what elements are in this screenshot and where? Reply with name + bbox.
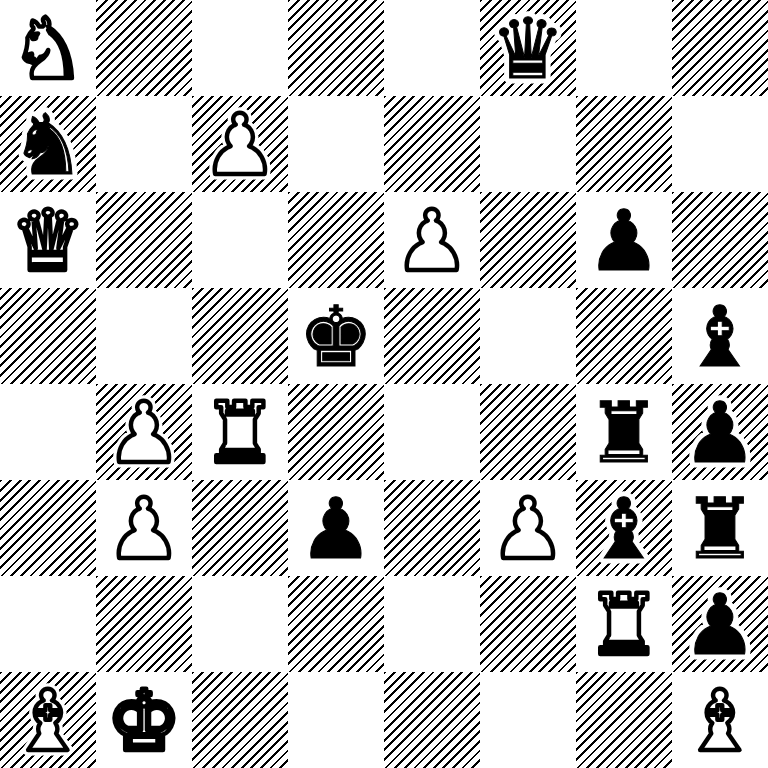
square-b2[interactable]	[96, 576, 192, 672]
square-a2[interactable]	[0, 576, 96, 672]
white-pawn[interactable]: ♟♟	[96, 384, 192, 480]
white-pawn[interactable]: ♟♟	[480, 480, 576, 576]
svg-text:♚: ♚	[106, 672, 181, 768]
svg-text:♟: ♟	[202, 96, 277, 192]
square-f4[interactable]	[480, 384, 576, 480]
svg-text:♟: ♟	[394, 192, 469, 288]
square-e3[interactable]	[384, 480, 480, 576]
svg-text:♟: ♟	[298, 480, 373, 576]
black-pawn[interactable]: ♟♟	[672, 576, 768, 672]
square-f5[interactable]	[480, 288, 576, 384]
black-rook[interactable]: ♜♜	[576, 384, 672, 480]
square-h3[interactable]: ♜♜	[672, 480, 768, 576]
white-pawn[interactable]: ♟♟	[96, 480, 192, 576]
square-d5[interactable]: ♚♚	[288, 288, 384, 384]
square-a3[interactable]	[0, 480, 96, 576]
square-f2[interactable]	[480, 576, 576, 672]
square-f7[interactable]	[480, 96, 576, 192]
black-king[interactable]: ♚♚	[288, 288, 384, 384]
white-knight[interactable]: ♞♞	[0, 0, 96, 96]
svg-text:♟: ♟	[106, 384, 181, 480]
square-b6[interactable]	[96, 192, 192, 288]
square-g5[interactable]	[576, 288, 672, 384]
square-h1[interactable]: ♝♝	[672, 672, 768, 768]
square-a7[interactable]: ♞♞	[0, 96, 96, 192]
svg-text:♜: ♜	[202, 384, 277, 480]
square-e1[interactable]	[384, 672, 480, 768]
square-a5[interactable]	[0, 288, 96, 384]
square-e7[interactable]	[384, 96, 480, 192]
square-b1[interactable]: ♚♚	[96, 672, 192, 768]
square-b4[interactable]: ♟♟	[96, 384, 192, 480]
svg-text:♜: ♜	[682, 480, 757, 576]
square-f6[interactable]	[480, 192, 576, 288]
svg-text:♟: ♟	[106, 480, 181, 576]
square-c3[interactable]	[192, 480, 288, 576]
square-h7[interactable]	[672, 96, 768, 192]
square-f1[interactable]	[480, 672, 576, 768]
square-g7[interactable]	[576, 96, 672, 192]
square-d2[interactable]	[288, 576, 384, 672]
black-knight[interactable]: ♞♞	[0, 96, 96, 192]
black-queen[interactable]: ♛♛	[480, 0, 576, 96]
square-e4[interactable]	[384, 384, 480, 480]
square-a1[interactable]: ♝♝	[0, 672, 96, 768]
square-d3[interactable]: ♟♟	[288, 480, 384, 576]
square-c2[interactable]	[192, 576, 288, 672]
white-queen[interactable]: ♛♛	[0, 192, 96, 288]
square-f8[interactable]: ♛♛	[480, 0, 576, 96]
svg-text:♟: ♟	[490, 480, 565, 576]
white-pawn[interactable]: ♟♟	[384, 192, 480, 288]
square-d4[interactable]	[288, 384, 384, 480]
black-pawn[interactable]: ♟♟	[672, 384, 768, 480]
square-h8[interactable]	[672, 0, 768, 96]
square-c8[interactable]	[192, 0, 288, 96]
white-bishop[interactable]: ♝♝	[672, 672, 768, 768]
square-c6[interactable]	[192, 192, 288, 288]
svg-text:♝: ♝	[682, 672, 757, 768]
square-b3[interactable]: ♟♟	[96, 480, 192, 576]
square-h4[interactable]: ♟♟	[672, 384, 768, 480]
square-d6[interactable]	[288, 192, 384, 288]
square-h5[interactable]: ♝♝	[672, 288, 768, 384]
white-pawn[interactable]: ♟♟	[192, 96, 288, 192]
square-d7[interactable]	[288, 96, 384, 192]
square-g6[interactable]: ♟♟	[576, 192, 672, 288]
square-h6[interactable]	[672, 192, 768, 288]
square-h2[interactable]: ♟♟	[672, 576, 768, 672]
square-f3[interactable]: ♟♟	[480, 480, 576, 576]
white-bishop[interactable]: ♝♝	[0, 672, 96, 768]
square-g8[interactable]	[576, 0, 672, 96]
black-pawn[interactable]: ♟♟	[576, 192, 672, 288]
svg-text:♟: ♟	[682, 384, 757, 480]
square-e6[interactable]: ♟♟	[384, 192, 480, 288]
svg-text:♝: ♝	[682, 288, 757, 384]
square-b8[interactable]	[96, 0, 192, 96]
square-c5[interactable]	[192, 288, 288, 384]
svg-text:♜: ♜	[586, 384, 661, 480]
square-e2[interactable]	[384, 576, 480, 672]
svg-text:♟: ♟	[586, 192, 661, 288]
square-b7[interactable]	[96, 96, 192, 192]
square-g3[interactable]: ♝♝	[576, 480, 672, 576]
square-g1[interactable]	[576, 672, 672, 768]
square-c1[interactable]	[192, 672, 288, 768]
svg-text:♝: ♝	[10, 672, 85, 768]
square-e8[interactable]	[384, 0, 480, 96]
white-king[interactable]: ♚♚	[96, 672, 192, 768]
svg-text:♝: ♝	[586, 480, 661, 576]
svg-text:♜: ♜	[586, 576, 661, 672]
square-g2[interactable]: ♜♜	[576, 576, 672, 672]
black-bishop[interactable]: ♝♝	[576, 480, 672, 576]
svg-text:♟: ♟	[682, 576, 757, 672]
square-d8[interactable]	[288, 0, 384, 96]
svg-text:♛: ♛	[10, 192, 85, 288]
square-b5[interactable]	[96, 288, 192, 384]
chess-board: ♞♞♛♛♞♞♟♟♛♛♟♟♟♟♚♚♝♝♟♟♜♜♜♜♟♟♟♟♟♟♟♟♝♝♜♜♜♜♟♟…	[0, 0, 768, 768]
black-rook[interactable]: ♜♜	[672, 480, 768, 576]
square-a8[interactable]: ♞♞	[0, 0, 96, 96]
square-c7[interactable]: ♟♟	[192, 96, 288, 192]
svg-text:♚: ♚	[298, 288, 373, 384]
svg-text:♞: ♞	[10, 0, 85, 96]
square-e5[interactable]	[384, 288, 480, 384]
black-bishop[interactable]: ♝♝	[672, 288, 768, 384]
white-rook[interactable]: ♜♜	[192, 384, 288, 480]
square-g4[interactable]: ♜♜	[576, 384, 672, 480]
black-pawn[interactable]: ♟♟	[288, 480, 384, 576]
svg-text:♞: ♞	[10, 96, 85, 192]
square-d1[interactable]	[288, 672, 384, 768]
square-c4[interactable]: ♜♜	[192, 384, 288, 480]
svg-text:♛: ♛	[490, 0, 565, 96]
white-rook[interactable]: ♜♜	[576, 576, 672, 672]
square-a4[interactable]	[0, 384, 96, 480]
square-a6[interactable]: ♛♛	[0, 192, 96, 288]
